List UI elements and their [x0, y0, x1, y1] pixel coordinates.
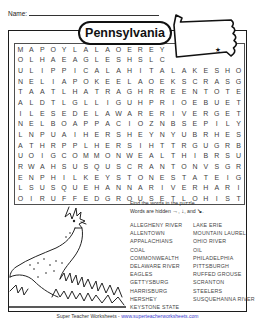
grid-cell-r12c11[interactable]: C [124, 161, 135, 172]
grid-cell-r3c8[interactable]: A [91, 65, 102, 76]
grid-cell-r12c18[interactable]: V [200, 161, 211, 172]
grid-cell-r3c10[interactable]: A [113, 65, 124, 76]
grid-cell-r1c9[interactable]: A [102, 44, 113, 55]
grid-cell-r3c13[interactable]: T [146, 65, 157, 76]
grid-cell-r11c19[interactable]: R [211, 151, 222, 162]
word-list-right: LAKE ERIEMOUNTAIN LAURELOHIO RIVEROILPHI… [193, 221, 250, 311]
grid-cell-r4c2[interactable]: E [26, 76, 37, 87]
grid-cell-r14c2[interactable]: S [26, 183, 37, 194]
grid-cell-r12c15[interactable]: T [168, 161, 179, 172]
grid-cell-r5c16[interactable]: E [179, 87, 190, 98]
grid-cell-r6c1[interactable]: A [15, 97, 26, 108]
grid-cell-r4c4[interactable]: I [48, 76, 59, 87]
grid-cell-r7c19[interactable]: G [211, 108, 222, 119]
grid-cell-r13c13[interactable]: N [146, 172, 157, 183]
grid-cell-r14c15[interactable]: V [168, 183, 179, 194]
grid-cell-r12c7[interactable]: S [80, 161, 91, 172]
grid-cell-r7c7[interactable]: E [80, 108, 91, 119]
grid-cell-r10c7[interactable]: L [80, 140, 91, 151]
grid-cell-r11c1[interactable]: U [15, 151, 26, 162]
grid-cell-r6c11[interactable]: U [124, 97, 135, 108]
grid-cell-r2c13[interactable]: L [146, 55, 157, 66]
grid-cell-r6c10[interactable]: G [113, 97, 124, 108]
grid-cell-r13c5[interactable]: I [59, 172, 70, 183]
grid-cell-r13c7[interactable]: K [80, 172, 91, 183]
grid-cell-r9c20[interactable]: E [222, 129, 233, 140]
grid-cell-r7c18[interactable]: R [200, 108, 211, 119]
grid-cell-r5c9[interactable]: R [102, 87, 113, 98]
grid-cell-r3c5[interactable]: P [59, 65, 70, 76]
grid-cell-r10c13[interactable]: H [146, 140, 157, 151]
grid-cell-r8c19[interactable]: I [211, 119, 222, 130]
grid-cell-r13c4[interactable]: H [48, 172, 59, 183]
grid-cell-r7c5[interactable]: E [59, 108, 70, 119]
grid-cell-r9c14[interactable]: N [157, 129, 168, 140]
grid-cell-r14c8[interactable]: H [91, 183, 102, 194]
grid-cell-r4c3[interactable]: L [37, 76, 48, 87]
grid-cell-r3c17[interactable]: K [189, 65, 200, 76]
grid-cell-r13c20[interactable]: I [222, 172, 233, 183]
grid-cell-r5c14[interactable]: R [157, 87, 168, 98]
grid-cell-r7c12[interactable]: R [135, 108, 146, 119]
grid-cell-r13c17[interactable]: A [189, 172, 200, 183]
grid-cell-r14c4[interactable]: S [48, 183, 59, 194]
grid-cell-r12c21[interactable]: R [233, 161, 244, 172]
grid-cell-r1c12[interactable]: R [135, 44, 146, 55]
grid-cell-r10c14[interactable]: T [157, 140, 168, 151]
grid-cell-r7c16[interactable]: V [179, 108, 190, 119]
word-item: ALLEGHENY RIVER [130, 221, 193, 229]
grid-cell-r5c20[interactable]: T [222, 87, 233, 98]
grid-cell-r5c15[interactable]: E [168, 87, 179, 98]
grid-cell-r7c17[interactable]: E [189, 108, 200, 119]
grid-cell-r14c11[interactable]: N [124, 183, 135, 194]
grid-cell-r3c1[interactable]: U [15, 65, 26, 76]
grid-cell-r11c11[interactable]: W [124, 151, 135, 162]
grid-cell-r1c11[interactable]: E [124, 44, 135, 55]
grid-cell-r10c15[interactable]: T [168, 140, 179, 151]
grid-cell-r2c4[interactable]: A [48, 55, 59, 66]
grid-cell-r11c13[interactable]: A [146, 151, 157, 162]
grid-cell-r6c13[interactable]: P [146, 97, 157, 108]
grid-cell-r13c18[interactable]: T [200, 172, 211, 183]
grid-cell-r8c15[interactable]: B [168, 119, 179, 130]
grid-cell-r8c7[interactable]: P [80, 119, 91, 130]
grid-cell-r12c1[interactable]: R [15, 161, 26, 172]
grid-cell-r3c18[interactable]: E [200, 65, 211, 76]
grid-cell-r8c17[interactable]: E [189, 119, 200, 130]
grid-cell-r6c15[interactable]: I [168, 97, 179, 108]
grid-cell-r9c21[interactable]: S [233, 129, 244, 140]
grid-cell-r8c9[interactable]: A [102, 119, 113, 130]
grid-cell-r5c21[interactable]: E [233, 87, 244, 98]
grid-cell-r2c6[interactable]: A [70, 55, 81, 66]
grid-cell-r11c17[interactable]: I [189, 151, 200, 162]
grid-cell-r13c21[interactable]: G [233, 172, 244, 183]
grid-cell-r4c18[interactable]: R [200, 76, 211, 87]
grid-cell-r3c6[interactable]: I [70, 65, 81, 76]
grid-cell-r8c13[interactable]: Z [146, 119, 157, 130]
grid-cell-r12c19[interactable]: S [211, 161, 222, 172]
grid-cell-r1c6[interactable]: L [70, 44, 81, 55]
grid-cell-r12c3[interactable]: A [37, 161, 48, 172]
grid-cell-r6c4[interactable]: T [48, 97, 59, 108]
word-item: MOUNTAIN LAUREL [193, 229, 250, 237]
grid-cell-r10c11[interactable]: S [124, 140, 135, 151]
grid-cell-r10c4[interactable]: R [48, 140, 59, 151]
grid-cell-r9c3[interactable]: P [37, 129, 48, 140]
grid-cell-r14c6[interactable]: U [70, 183, 81, 194]
grid-cell-r12c14[interactable]: N [157, 161, 168, 172]
grid-cell-r7c14[interactable]: R [157, 108, 168, 119]
grid-cell-r10c21[interactable]: B [233, 140, 244, 151]
grid-cell-r7c9[interactable]: A [102, 108, 113, 119]
grid-cell-r13c10[interactable]: S [113, 172, 124, 183]
grid-cell-r6c9[interactable]: I [102, 97, 113, 108]
grid-cell-r9c10[interactable]: S [113, 129, 124, 140]
grid-cell-r7c20[interactable]: E [222, 108, 233, 119]
grid-cell-r9c17[interactable]: B [189, 129, 200, 140]
grid-cell-r14c5[interactable]: Q [59, 183, 70, 194]
grid-cell-r11c20[interactable]: S [222, 151, 233, 162]
grid-cell-r3c20[interactable]: H [222, 65, 233, 76]
grid-cell-r7c4[interactable]: S [48, 108, 59, 119]
grid-cell-r2c11[interactable]: H [124, 55, 135, 66]
grid-cell-r9c8[interactable]: E [91, 129, 102, 140]
grid-cell-r8c8[interactable]: P [91, 119, 102, 130]
grid-cell-r3c15[interactable]: L [168, 65, 179, 76]
grid-cell-r1c4[interactable]: O [48, 44, 59, 55]
grid-cell-r11c9[interactable]: O [102, 151, 113, 162]
grid-cell-r13c14[interactable]: E [157, 172, 168, 183]
grid-cell-r1c2[interactable]: A [26, 44, 37, 55]
grid-cell-r13c9[interactable]: Y [102, 172, 113, 183]
word-list: ALLEGHENY RIVERALLENTOWNAPPALACHIANSCOAL… [130, 221, 250, 311]
name-input-line[interactable] [29, 8, 159, 16]
grid-cell-r13c15[interactable]: S [168, 172, 179, 183]
grid-cell-r12c16[interactable]: O [179, 161, 190, 172]
grid-cell-r13c12[interactable]: O [135, 172, 146, 183]
grid-cell-r11c7[interactable]: M [80, 151, 91, 162]
grid-cell-r13c2[interactable]: N [26, 172, 37, 183]
grid-cell-r5c4[interactable]: T [48, 87, 59, 98]
grid-cell-r3c12[interactable]: I [135, 65, 146, 76]
grid-cell-r11c5[interactable]: C [59, 151, 70, 162]
grid-cell-r10c9[interactable]: E [102, 140, 113, 151]
grid-cell-r7c21[interactable]: T [233, 108, 244, 119]
grid-cell-r11c12[interactable]: E [135, 151, 146, 162]
grid-cell-r4c10[interactable]: E [113, 76, 124, 87]
grid-cell-r4c8[interactable]: K [91, 76, 102, 87]
grid-cell-r8c10[interactable]: C [113, 119, 124, 130]
grid-cell-r5c2[interactable]: A [26, 87, 37, 98]
grid-cell-r4c15[interactable]: K [168, 76, 179, 87]
word-item: SCRANTON [193, 278, 250, 286]
grid-cell-r6c8[interactable]: L [91, 97, 102, 108]
grid-cell-r5c12[interactable]: H [135, 87, 146, 98]
word-item: HARRISBURG [130, 287, 193, 295]
arrow-diagonal-icon: ↘ [197, 208, 202, 214]
grid-cell-r8c2[interactable]: E [26, 119, 37, 130]
grid-cell-r14c7[interactable]: E [80, 183, 91, 194]
grid-cell-r7c15[interactable]: I [168, 108, 179, 119]
grid-cell-r1c1[interactable]: M [15, 44, 26, 55]
grid-cell-r3c19[interactable]: S [211, 65, 222, 76]
grid-cell-r2c12[interactable]: S [135, 55, 146, 66]
grid-cell-r4c13[interactable]: O [146, 76, 157, 87]
grid-cell-r5c7[interactable]: A [80, 87, 91, 98]
grid-cell-r9c19[interactable]: H [211, 129, 222, 140]
grid-cell-r12c20[interactable]: G [222, 161, 233, 172]
grid-cell-r11c14[interactable]: L [157, 151, 168, 162]
word-item: COAL [130, 246, 193, 254]
grid-cell-r6c6[interactable]: G [70, 97, 81, 108]
grid-cell-r9c2[interactable]: N [26, 129, 37, 140]
grid-cell-r8c21[interactable]: Y [233, 119, 244, 130]
grid-cell-r5c13[interactable]: R [146, 87, 157, 98]
grid-cell-r4c6[interactable]: P [70, 76, 81, 87]
grid-cell-r7c3[interactable]: E [37, 108, 48, 119]
grid-cell-r3c16[interactable]: A [179, 65, 190, 76]
grid-cell-r10c17[interactable]: G [189, 140, 200, 151]
grid-cell-r11c2[interactable]: O [26, 151, 37, 162]
grid-cell-r14c17[interactable]: R [189, 183, 200, 194]
grid-cell-r11c4[interactable]: G [48, 151, 59, 162]
word-item: RUFFED GROUSE [193, 270, 250, 278]
grid-cell-r2c7[interactable]: G [80, 55, 91, 66]
grid-cell-r12c9[interactable]: U [102, 161, 113, 172]
grid-cell-r1c13[interactable]: E [146, 44, 157, 55]
grid-cell-r8c12[interactable]: O [135, 119, 146, 130]
grid-cell-r5c18[interactable]: T [200, 87, 211, 98]
grid-cell-r11c6[interactable]: O [70, 151, 81, 162]
grid-cell-r10c2[interactable]: T [26, 140, 37, 151]
grid-cell-r3c2[interactable]: L [26, 65, 37, 76]
ruffed-grouse-illustration [8, 203, 126, 309]
grid-cell-r5c3[interactable]: A [37, 87, 48, 98]
grid-cell-r10c10[interactable]: R [113, 140, 124, 151]
word-item: DELAWARE RIVER [130, 262, 193, 270]
grid-cell-r10c3[interactable]: H [37, 140, 48, 151]
page-title: Pennsylvania [85, 26, 165, 40]
grid-cell-r5c5[interactable]: L [59, 87, 70, 98]
grid-cell-r12c13[interactable]: A [146, 161, 157, 172]
footer-url[interactable]: www.superteacherworksheets.com [121, 313, 198, 319]
grid-cell-r11c16[interactable]: H [179, 151, 190, 162]
grid-cell-r7c8[interactable]: L [91, 108, 102, 119]
grid-cell-r11c10[interactable]: N [113, 151, 124, 162]
grid-cell-r14c9[interactable]: A [102, 183, 113, 194]
grid-cell-r8c11[interactable]: I [124, 119, 135, 130]
grid-cell-r13c19[interactable]: E [211, 172, 222, 183]
grid-cell-r7c1[interactable]: I [15, 108, 26, 119]
grid-cell-r3c7[interactable]: C [80, 65, 91, 76]
grid-cell-r4c1[interactable]: N [15, 76, 26, 87]
pennsylvania-map: ★ [165, 11, 250, 65]
grid-cell-r14c3[interactable]: U [37, 183, 48, 194]
grid-cell-r2c10[interactable]: S [113, 55, 124, 66]
grid-cell-r13c8[interactable]: E [91, 172, 102, 183]
grid-cell-r7c10[interactable]: W [113, 108, 124, 119]
grid-cell-r8c5[interactable]: O [59, 119, 70, 130]
grid-cell-r5c1[interactable]: T [15, 87, 26, 98]
grid-cell-r11c8[interactable]: M [91, 151, 102, 162]
grid-cell-r14c14[interactable]: I [157, 183, 168, 194]
grid-cell-r6c17[interactable]: E [189, 97, 200, 108]
grid-cell-r13c3[interactable]: P [37, 172, 48, 183]
grid-cell-r12c2[interactable]: W [26, 161, 37, 172]
grid-cell-r1c5[interactable]: Y [59, 44, 70, 55]
grid-cell-r6c16[interactable]: O [179, 97, 190, 108]
grid-cell-r8c6[interactable]: A [70, 119, 81, 130]
grid-cell-r6c20[interactable]: E [222, 97, 233, 108]
grid-cell-r14c21[interactable]: I [233, 183, 244, 194]
grid-cell-r5c10[interactable]: A [113, 87, 124, 98]
grid-cell-r7c13[interactable]: E [146, 108, 157, 119]
grid-cell-r6c18[interactable]: B [200, 97, 211, 108]
grid-cell-r13c16[interactable]: T [179, 172, 190, 183]
grid-cell-r2c1[interactable]: O [15, 55, 26, 66]
grid-cell-r8c1[interactable]: N [15, 119, 26, 130]
grid-cell-r2c8[interactable]: L [91, 55, 102, 66]
grid-cell-r12c8[interactable]: Q [91, 161, 102, 172]
grid-cell-r7c6[interactable]: D [70, 108, 81, 119]
grid-cell-r9c13[interactable]: Y [146, 129, 157, 140]
grid-cell-r12c17[interactable]: N [189, 161, 200, 172]
grid-cell-r9c5[interactable]: A [59, 129, 70, 140]
grid-cell-r10c6[interactable]: P [70, 140, 81, 151]
grouse-crest [65, 207, 85, 228]
grid-cell-r9c15[interactable]: Y [168, 129, 179, 140]
grid-cell-r10c19[interactable]: G [211, 140, 222, 151]
grid-cell-r8c4[interactable]: B [48, 119, 59, 130]
grid-cell-r14c20[interactable]: R [222, 183, 233, 194]
grid-cell-r5c11[interactable]: G [124, 87, 135, 98]
grid-cell-r4c14[interactable]: E [157, 76, 168, 87]
grid-cell-r9c7[interactable]: H [80, 129, 91, 140]
grid-cell-r14c1[interactable]: L [15, 183, 26, 194]
grid-cell-r4c19[interactable]: A [211, 76, 222, 87]
grid-cell-r3c11[interactable]: H [124, 65, 135, 76]
grid-cell-r4c16[interactable]: S [179, 76, 190, 87]
grid-cell-r2c9[interactable]: E [102, 55, 113, 66]
grid-cell-r3c21[interactable]: O [233, 65, 244, 76]
grid-cell-r3c4[interactable]: P [48, 65, 59, 76]
grid-cell-r14c16[interactable]: E [179, 183, 190, 194]
grid-cell-r4c12[interactable]: A [135, 76, 146, 87]
grid-cell-r2c5[interactable]: E [59, 55, 70, 66]
grid-cell-r12c4[interactable]: H [48, 161, 59, 172]
grid-cell-r4c7[interactable]: O [80, 76, 91, 87]
grid-cell-r4c5[interactable]: A [59, 76, 70, 87]
grid-cell-r2c3[interactable]: H [37, 55, 48, 66]
grid-cell-r14c10[interactable]: N [113, 183, 124, 194]
grid-cell-r6c5[interactable]: L [59, 97, 70, 108]
grid-cell-r9c18[interactable]: R [200, 129, 211, 140]
grid-cell-r6c21[interactable]: T [233, 97, 244, 108]
grid-cell-r10c16[interactable]: R [179, 140, 190, 151]
grid-cell-r6c2[interactable]: L [26, 97, 37, 108]
grid-cell-r10c12[interactable]: I [135, 140, 146, 151]
grid-cell-r11c21[interactable]: U [233, 151, 244, 162]
grid-cell-r3c3[interactable]: I [37, 65, 48, 76]
grid-cell-r7c11[interactable]: A [124, 108, 135, 119]
grouse-speckles [29, 220, 75, 278]
grid-cell-r5c6[interactable]: H [70, 87, 81, 98]
grid-cell-r9c12[interactable]: E [135, 129, 146, 140]
grid-cell-r14c13[interactable]: R [146, 183, 157, 194]
grid-cell-r5c8[interactable]: T [91, 87, 102, 98]
grid-cell-r1c3[interactable]: P [37, 44, 48, 55]
grid-cell-r12c6[interactable]: U [70, 161, 81, 172]
grid-cell-r9c1[interactable]: L [15, 129, 26, 140]
grid-cell-r14c19[interactable]: A [211, 183, 222, 194]
grid-cell-r3c14[interactable]: A [157, 65, 168, 76]
word-item: EAGLES [130, 270, 193, 278]
word-item: GETTYSBURG [130, 278, 193, 286]
grid-cell-r10c5[interactable]: P [59, 140, 70, 151]
grid-cell-r12c5[interactable]: S [59, 161, 70, 172]
grid-cell-r8c16[interactable]: S [179, 119, 190, 130]
grid-cell-r6c14[interactable]: R [157, 97, 168, 108]
grid-cell-r10c1[interactable]: A [15, 140, 26, 151]
grid-cell-r7c2[interactable]: L [26, 108, 37, 119]
grid-cell-r1c8[interactable]: L [91, 44, 102, 55]
grid-cell-r10c18[interactable]: U [200, 140, 211, 151]
grid-cell-r10c20[interactable]: R [222, 140, 233, 151]
grid-cell-r4c11[interactable]: L [124, 76, 135, 87]
grid-cell-r9c6[interactable]: I [70, 129, 81, 140]
grid-cell-r14c12[interactable]: A [135, 183, 146, 194]
grid-cell-r11c18[interactable]: B [200, 151, 211, 162]
grid-cell-r5c17[interactable]: N [189, 87, 200, 98]
grid-cell-r8c18[interactable]: P [200, 119, 211, 130]
grid-cell-r12c12[interactable]: R [135, 161, 146, 172]
grid-cell-r1c7[interactable]: A [80, 44, 91, 55]
grid-cell-r3c9[interactable]: L [102, 65, 113, 76]
grid-cell-r9c4[interactable]: U [48, 129, 59, 140]
grid-cell-r11c15[interactable]: T [168, 151, 179, 162]
grid-cell-r13c6[interactable]: L [70, 172, 81, 183]
grid-cell-r4c20[interactable]: S [222, 76, 233, 87]
grid-cell-r9c9[interactable]: R [102, 129, 113, 140]
grid-cell-r8c14[interactable]: N [157, 119, 168, 130]
grid-cell-r1c10[interactable]: O [113, 44, 124, 55]
grid-cell-r4c17[interactable]: C [189, 76, 200, 87]
foliage-lower [52, 289, 124, 305]
grid-cell-r6c19[interactable]: U [211, 97, 222, 108]
grid-cell-r9c16[interactable]: U [179, 129, 190, 140]
grid-cell-r14c18[interactable]: H [200, 183, 211, 194]
grid-cell-r12c10[interactable]: S [113, 161, 124, 172]
grid-cell-r6c12[interactable]: H [135, 97, 146, 108]
grid-cell-r5c19[interactable]: O [211, 87, 222, 98]
grid-cell-r4c9[interactable]: E [102, 76, 113, 87]
grass-left [10, 285, 28, 295]
grid-cell-r2c2[interactable]: L [26, 55, 37, 66]
grid-cell-r13c11[interactable]: T [124, 172, 135, 183]
grid-cell-r13c1[interactable]: E [15, 172, 26, 183]
grid-cell-r8c3[interactable]: L [37, 119, 48, 130]
arrow-right-icon: → [172, 208, 178, 214]
grid-cell-r6c3[interactable]: D [37, 97, 48, 108]
grid-cell-r6c7[interactable]: L [80, 97, 91, 108]
grid-cell-r10c8[interactable]: H [91, 140, 102, 151]
grid-cell-r9c11[interactable]: H [124, 129, 135, 140]
grid-cell-r4c21[interactable]: G [233, 76, 244, 87]
grid-cell-r11c3[interactable]: I [37, 151, 48, 162]
grid-cell-r8c20[interactable]: L [222, 119, 233, 130]
